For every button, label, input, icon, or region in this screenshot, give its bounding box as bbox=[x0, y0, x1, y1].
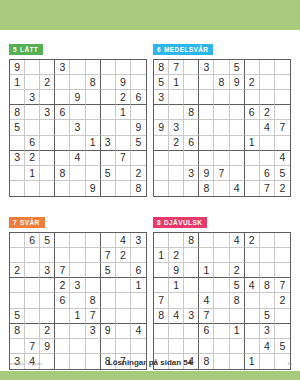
sudoku-cell bbox=[260, 136, 275, 151]
sudoku-cell bbox=[25, 105, 40, 120]
puzzle-devilish: 8DJÄVULSK 842129121548774828437561345481 bbox=[153, 211, 291, 370]
sudoku-cell bbox=[260, 263, 275, 278]
sudoku-cell bbox=[169, 339, 184, 354]
sudoku-cell bbox=[214, 293, 229, 308]
sudoku-cell bbox=[260, 293, 275, 308]
sudoku-cell bbox=[199, 339, 214, 354]
sudoku-cell: 8 bbox=[214, 75, 229, 90]
sudoku-cell: 7 bbox=[169, 60, 184, 75]
sudoku-cell: 9 bbox=[169, 263, 184, 278]
sudoku-cell bbox=[116, 120, 131, 135]
badge-label: MEDELSVÅR bbox=[164, 46, 208, 53]
sudoku-cell bbox=[40, 60, 55, 75]
sudoku-cell: 3 bbox=[40, 105, 55, 120]
sudoku-cell bbox=[55, 309, 70, 324]
sudoku-cell bbox=[25, 293, 40, 308]
sudoku-cell bbox=[131, 339, 146, 354]
sudoku-cell: 4 bbox=[245, 278, 260, 293]
sudoku-cell: 7 bbox=[275, 120, 290, 135]
sudoku-cell: 7 bbox=[25, 339, 40, 354]
sudoku-cell bbox=[154, 105, 169, 120]
sudoku-cell bbox=[245, 90, 260, 105]
sudoku-cell bbox=[10, 90, 25, 105]
sudoku-grid-easy: 9312893926836153961353247185298 bbox=[9, 59, 147, 197]
sudoku-cell bbox=[86, 120, 101, 135]
sudoku-cell: 6 bbox=[55, 293, 70, 308]
sudoku-cell bbox=[70, 181, 85, 196]
badge-label: LÄTT bbox=[20, 46, 38, 53]
sudoku-cell bbox=[25, 309, 40, 324]
sudoku-cell: 3 bbox=[40, 263, 55, 278]
sudoku-page: 5LÄTT 9312893926836153961353247185298 6M… bbox=[0, 30, 300, 370]
sudoku-cell: 2 bbox=[131, 166, 146, 181]
sudoku-cell: 6 bbox=[260, 166, 275, 181]
sudoku-cell bbox=[230, 105, 245, 120]
sudoku-cell bbox=[169, 166, 184, 181]
sudoku-cell: 3 bbox=[70, 278, 85, 293]
sudoku-cell bbox=[214, 233, 229, 248]
sudoku-cell: 8 bbox=[55, 166, 70, 181]
sudoku-cell bbox=[214, 136, 229, 151]
sudoku-cell: 2 bbox=[40, 75, 55, 90]
sudoku-cell bbox=[245, 293, 260, 308]
solutions-reference: Lösningar på sidan 54 bbox=[0, 358, 300, 367]
sudoku-cell bbox=[55, 90, 70, 105]
sudoku-cell bbox=[230, 90, 245, 105]
sudoku-cell: 6 bbox=[184, 136, 199, 151]
sudoku-cell: 2 bbox=[10, 263, 25, 278]
sudoku-cell bbox=[230, 120, 245, 135]
sudoku-cell: 7 bbox=[101, 248, 116, 263]
sudoku-cell bbox=[131, 248, 146, 263]
sudoku-cell bbox=[70, 339, 85, 354]
sudoku-cell bbox=[275, 248, 290, 263]
sudoku-cell: 2 bbox=[260, 105, 275, 120]
sudoku-cell bbox=[131, 105, 146, 120]
puzzle-hard: 7SVÅR 654372237562316851782394793487 bbox=[9, 211, 147, 370]
sudoku-cell bbox=[86, 233, 101, 248]
sudoku-cell: 7 bbox=[260, 181, 275, 196]
sudoku-cell: 9 bbox=[116, 75, 131, 90]
sudoku-cell: 1 bbox=[131, 278, 146, 293]
sudoku-cell bbox=[154, 339, 169, 354]
sudoku-cell bbox=[184, 75, 199, 90]
sudoku-cell bbox=[116, 324, 131, 339]
sudoku-grid-hard: 654372237562316851782394793487 bbox=[9, 232, 147, 370]
sudoku-cell bbox=[199, 248, 214, 263]
sudoku-cell: 5 bbox=[101, 263, 116, 278]
sudoku-cell bbox=[230, 136, 245, 151]
sudoku-cell: 3 bbox=[25, 90, 40, 105]
sudoku-cell bbox=[245, 166, 260, 181]
sudoku-cell: 5 bbox=[154, 75, 169, 90]
sudoku-cell: 8 bbox=[230, 293, 245, 308]
sudoku-cell: 6 bbox=[55, 105, 70, 120]
sudoku-cell bbox=[214, 120, 229, 135]
page-top-band bbox=[0, 0, 300, 30]
sudoku-cell: 9 bbox=[10, 60, 25, 75]
badge-label: DJÄVULSK bbox=[164, 219, 202, 226]
sudoku-cell: 5 bbox=[10, 309, 25, 324]
sudoku-cell: 3 bbox=[55, 60, 70, 75]
sudoku-cell bbox=[101, 120, 116, 135]
sudoku-cell bbox=[101, 181, 116, 196]
sudoku-cell bbox=[55, 248, 70, 263]
sudoku-cell bbox=[55, 120, 70, 135]
sudoku-cell bbox=[86, 339, 101, 354]
sudoku-cell: 7 bbox=[116, 151, 131, 166]
sudoku-cell bbox=[86, 278, 101, 293]
sudoku-cell: 8 bbox=[199, 181, 214, 196]
sudoku-cell: 1 bbox=[169, 75, 184, 90]
sudoku-cell: 3 bbox=[169, 120, 184, 135]
sudoku-cell bbox=[275, 324, 290, 339]
sudoku-cell: 3 bbox=[10, 151, 25, 166]
sudoku-cell bbox=[25, 263, 40, 278]
sudoku-cell bbox=[169, 181, 184, 196]
sudoku-cell bbox=[214, 151, 229, 166]
sudoku-cell bbox=[199, 90, 214, 105]
badge-number: 5 bbox=[13, 46, 17, 53]
sudoku-cell: 2 bbox=[116, 248, 131, 263]
sudoku-cell bbox=[70, 263, 85, 278]
badge-number: 6 bbox=[157, 46, 161, 53]
page-footer: sudoku / krysset Lösningar på sidan 54 4… bbox=[0, 358, 300, 368]
sudoku-cell bbox=[214, 278, 229, 293]
sudoku-cell bbox=[101, 60, 116, 75]
sudoku-cell bbox=[131, 309, 146, 324]
sudoku-cell bbox=[86, 60, 101, 75]
sudoku-cell bbox=[275, 309, 290, 324]
sudoku-cell bbox=[86, 151, 101, 166]
sudoku-cell bbox=[10, 233, 25, 248]
sudoku-cell: 2 bbox=[169, 136, 184, 151]
sudoku-cell: 2 bbox=[55, 278, 70, 293]
sudoku-cell bbox=[55, 339, 70, 354]
sudoku-cell: 8 bbox=[184, 105, 199, 120]
sudoku-cell bbox=[214, 181, 229, 196]
sudoku-cell bbox=[86, 263, 101, 278]
sudoku-cell bbox=[25, 120, 40, 135]
sudoku-cell bbox=[55, 136, 70, 151]
difficulty-badge-medium: 6MEDELSVÅR bbox=[153, 44, 213, 55]
sudoku-cell bbox=[131, 151, 146, 166]
sudoku-cell bbox=[214, 339, 229, 354]
sudoku-cell bbox=[199, 233, 214, 248]
sudoku-cell bbox=[184, 248, 199, 263]
sudoku-cell bbox=[184, 278, 199, 293]
sudoku-cell: 5 bbox=[101, 166, 116, 181]
sudoku-cell bbox=[10, 136, 25, 151]
sudoku-cell: 5 bbox=[10, 120, 25, 135]
sudoku-cell bbox=[230, 309, 245, 324]
sudoku-cell bbox=[184, 181, 199, 196]
sudoku-cell bbox=[154, 324, 169, 339]
sudoku-cell bbox=[260, 90, 275, 105]
sudoku-cell bbox=[40, 120, 55, 135]
sudoku-cell bbox=[184, 324, 199, 339]
sudoku-cell: 2 bbox=[25, 151, 40, 166]
sudoku-cell bbox=[275, 90, 290, 105]
sudoku-cell: 9 bbox=[154, 120, 169, 135]
sudoku-cell bbox=[10, 278, 25, 293]
sudoku-cell bbox=[131, 60, 146, 75]
sudoku-cell bbox=[116, 166, 131, 181]
page-number: 45 bbox=[288, 361, 292, 366]
sudoku-cell: 7 bbox=[154, 293, 169, 308]
sudoku-cell bbox=[40, 166, 55, 181]
sudoku-cell: 5 bbox=[230, 60, 245, 75]
sudoku-cell bbox=[214, 60, 229, 75]
sudoku-cell: 6 bbox=[25, 136, 40, 151]
sudoku-cell bbox=[199, 105, 214, 120]
sudoku-cell bbox=[154, 263, 169, 278]
sudoku-cell bbox=[245, 309, 260, 324]
sudoku-cell: 3 bbox=[86, 324, 101, 339]
sudoku-cell bbox=[101, 293, 116, 308]
sudoku-cell: 9 bbox=[199, 166, 214, 181]
sudoku-cell: 4 bbox=[230, 181, 245, 196]
sudoku-cell: 3 bbox=[184, 166, 199, 181]
sudoku-cell: 3 bbox=[199, 60, 214, 75]
sudoku-cell bbox=[131, 293, 146, 308]
sudoku-cell bbox=[154, 166, 169, 181]
sudoku-cell: 1 bbox=[245, 136, 260, 151]
sudoku-cell: 7 bbox=[199, 309, 214, 324]
sudoku-cell bbox=[40, 309, 55, 324]
sudoku-cell bbox=[260, 75, 275, 90]
sudoku-cell: 5 bbox=[260, 309, 275, 324]
puzzle-easy: 5LÄTT 9312893926836153961353247185298 bbox=[9, 38, 147, 197]
sudoku-cell: 3 bbox=[184, 309, 199, 324]
sudoku-cell bbox=[116, 136, 131, 151]
sudoku-cell bbox=[101, 278, 116, 293]
sudoku-cell bbox=[40, 181, 55, 196]
sudoku-cell: 5 bbox=[230, 278, 245, 293]
puzzle-medium: 6MEDELSVÅR 87355189238629347261439765847… bbox=[153, 38, 291, 197]
sudoku-cell: 6 bbox=[131, 90, 146, 105]
sudoku-cell: 8 bbox=[10, 105, 25, 120]
sudoku-cell: 5 bbox=[275, 166, 290, 181]
sudoku-cell bbox=[25, 181, 40, 196]
sudoku-cell bbox=[214, 105, 229, 120]
sudoku-cell bbox=[184, 293, 199, 308]
sudoku-cell bbox=[260, 248, 275, 263]
sudoku-cell bbox=[214, 263, 229, 278]
sudoku-cell bbox=[25, 248, 40, 263]
sudoku-cell bbox=[116, 278, 131, 293]
sudoku-cell bbox=[214, 248, 229, 263]
sudoku-cell: 8 bbox=[131, 181, 146, 196]
sudoku-cell bbox=[275, 233, 290, 248]
sudoku-cell: 8 bbox=[154, 309, 169, 324]
sudoku-cell: 3 bbox=[154, 90, 169, 105]
sudoku-grid-medium: 873551892386293472614397658472 bbox=[153, 59, 291, 197]
sudoku-cell: 1 bbox=[25, 166, 40, 181]
sudoku-cell bbox=[55, 324, 70, 339]
sudoku-cell bbox=[101, 309, 116, 324]
sudoku-cell: 3 bbox=[70, 120, 85, 135]
sudoku-cell: 4 bbox=[230, 233, 245, 248]
sudoku-cell bbox=[86, 166, 101, 181]
sudoku-cell: 9 bbox=[70, 90, 85, 105]
sudoku-cell: 7 bbox=[275, 278, 290, 293]
sudoku-cell bbox=[260, 233, 275, 248]
sudoku-cell: 3 bbox=[260, 324, 275, 339]
sudoku-cell: 8 bbox=[184, 233, 199, 248]
sudoku-cell: 2 bbox=[275, 181, 290, 196]
sudoku-cell bbox=[260, 60, 275, 75]
sudoku-cell bbox=[70, 136, 85, 151]
puzzle-row-bottom: 7SVÅR 654372237562316851782394793487 8DJ… bbox=[9, 211, 291, 370]
sudoku-cell bbox=[55, 233, 70, 248]
sudoku-cell bbox=[230, 151, 245, 166]
sudoku-cell bbox=[116, 293, 131, 308]
sudoku-cell bbox=[184, 90, 199, 105]
sudoku-cell bbox=[55, 181, 70, 196]
sudoku-cell bbox=[101, 233, 116, 248]
sudoku-cell bbox=[101, 339, 116, 354]
sudoku-cell: 1 bbox=[86, 136, 101, 151]
sudoku-cell bbox=[70, 324, 85, 339]
sudoku-cell bbox=[116, 339, 131, 354]
sudoku-cell bbox=[199, 151, 214, 166]
sudoku-cell bbox=[275, 136, 290, 151]
sudoku-cell bbox=[70, 75, 85, 90]
difficulty-badge-hard: 7SVÅR bbox=[9, 217, 45, 228]
sudoku-cell: 8 bbox=[154, 60, 169, 75]
sudoku-cell bbox=[86, 90, 101, 105]
sudoku-cell bbox=[40, 90, 55, 105]
sudoku-cell bbox=[40, 278, 55, 293]
sudoku-cell: 4 bbox=[275, 151, 290, 166]
sudoku-cell bbox=[40, 248, 55, 263]
sudoku-cell: 6 bbox=[25, 233, 40, 248]
sudoku-cell bbox=[70, 105, 85, 120]
sudoku-cell bbox=[275, 105, 290, 120]
sudoku-cell bbox=[154, 233, 169, 248]
sudoku-cell: 4 bbox=[169, 309, 184, 324]
puzzle-row-top: 5LÄTT 9312893926836153961353247185298 6M… bbox=[9, 38, 291, 197]
sudoku-cell bbox=[214, 324, 229, 339]
sudoku-cell bbox=[25, 324, 40, 339]
sudoku-cell bbox=[70, 233, 85, 248]
sudoku-cell: 7 bbox=[214, 166, 229, 181]
sudoku-cell bbox=[10, 166, 25, 181]
difficulty-badge-devilish: 8DJÄVULSK bbox=[153, 217, 207, 228]
sudoku-cell bbox=[260, 151, 275, 166]
sudoku-cell bbox=[154, 278, 169, 293]
sudoku-cell: 8 bbox=[86, 293, 101, 308]
sudoku-cell bbox=[40, 293, 55, 308]
sudoku-cell bbox=[184, 151, 199, 166]
sudoku-cell bbox=[116, 309, 131, 324]
sudoku-cell: 8 bbox=[10, 324, 25, 339]
difficulty-badge-easy: 5LÄTT bbox=[9, 44, 43, 55]
sudoku-cell bbox=[70, 166, 85, 181]
sudoku-cell bbox=[70, 60, 85, 75]
sudoku-cell: 2 bbox=[116, 90, 131, 105]
sudoku-cell bbox=[245, 151, 260, 166]
sudoku-cell: 6 bbox=[245, 105, 260, 120]
sudoku-cell bbox=[275, 263, 290, 278]
sudoku-cell bbox=[154, 136, 169, 151]
sudoku-cell bbox=[25, 278, 40, 293]
sudoku-cell: 5 bbox=[275, 339, 290, 354]
sudoku-cell bbox=[245, 181, 260, 196]
sudoku-cell: 8 bbox=[260, 278, 275, 293]
sudoku-cell bbox=[101, 151, 116, 166]
sudoku-cell bbox=[40, 136, 55, 151]
sudoku-cell: 2 bbox=[169, 248, 184, 263]
sudoku-cell bbox=[116, 181, 131, 196]
sudoku-cell bbox=[245, 248, 260, 263]
sudoku-cell bbox=[131, 75, 146, 90]
sudoku-cell: 1 bbox=[230, 324, 245, 339]
sudoku-cell: 7 bbox=[55, 263, 70, 278]
sudoku-cell bbox=[116, 60, 131, 75]
sudoku-cell bbox=[169, 105, 184, 120]
sudoku-cell bbox=[184, 339, 199, 354]
sudoku-cell: 9 bbox=[131, 120, 146, 135]
sudoku-cell: 4 bbox=[131, 324, 146, 339]
sudoku-cell bbox=[230, 248, 245, 263]
sudoku-cell bbox=[230, 339, 245, 354]
page-bottom-band bbox=[0, 371, 300, 380]
sudoku-cell bbox=[169, 151, 184, 166]
sudoku-cell bbox=[184, 60, 199, 75]
sudoku-cell bbox=[169, 233, 184, 248]
sudoku-cell bbox=[184, 120, 199, 135]
sudoku-cell: 9 bbox=[101, 324, 116, 339]
sudoku-cell bbox=[10, 248, 25, 263]
sudoku-cell bbox=[10, 181, 25, 196]
sudoku-cell bbox=[40, 151, 55, 166]
sudoku-cell: 3 bbox=[101, 136, 116, 151]
badge-number: 7 bbox=[13, 219, 17, 226]
sudoku-cell: 8 bbox=[86, 75, 101, 90]
sudoku-cell bbox=[230, 166, 245, 181]
sudoku-cell bbox=[169, 293, 184, 308]
sudoku-cell: 4 bbox=[260, 339, 275, 354]
sudoku-cell bbox=[101, 75, 116, 90]
sudoku-cell bbox=[275, 60, 290, 75]
sudoku-cell: 1 bbox=[116, 105, 131, 120]
sudoku-cell: 3 bbox=[131, 233, 146, 248]
sudoku-cell bbox=[245, 120, 260, 135]
sudoku-cell: 9 bbox=[40, 339, 55, 354]
sudoku-cell bbox=[245, 339, 260, 354]
sudoku-cell bbox=[199, 120, 214, 135]
sudoku-cell: 2 bbox=[245, 75, 260, 90]
sudoku-cell bbox=[154, 181, 169, 196]
sudoku-cell: 1 bbox=[154, 248, 169, 263]
sudoku-cell bbox=[245, 263, 260, 278]
sudoku-cell: 9 bbox=[86, 181, 101, 196]
sudoku-cell bbox=[199, 136, 214, 151]
sudoku-cell bbox=[70, 293, 85, 308]
sudoku-cell bbox=[55, 151, 70, 166]
sudoku-cell bbox=[245, 60, 260, 75]
sudoku-cell: 5 bbox=[131, 136, 146, 151]
sudoku-cell bbox=[10, 293, 25, 308]
sudoku-grid-devilish: 842129121548774828437561345481 bbox=[153, 232, 291, 370]
sudoku-cell: 9 bbox=[230, 75, 245, 90]
sudoku-cell: 2 bbox=[245, 233, 260, 248]
sudoku-cell: 1 bbox=[199, 263, 214, 278]
sudoku-cell: 1 bbox=[10, 75, 25, 90]
sudoku-cell bbox=[55, 75, 70, 90]
